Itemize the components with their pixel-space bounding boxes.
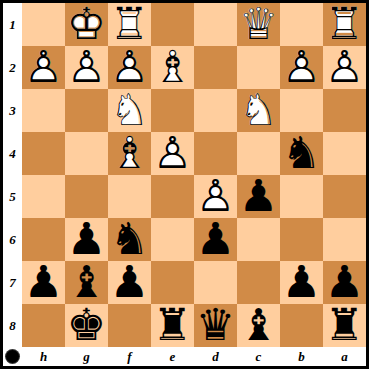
square-f6[interactable]: ♞: [108, 218, 151, 261]
square-d3[interactable]: [194, 89, 237, 132]
file-label-f: f: [108, 347, 151, 366]
square-f7[interactable]: ♟: [108, 261, 151, 304]
square-b3[interactable]: [280, 89, 323, 132]
square-e7[interactable]: [151, 261, 194, 304]
square-d5[interactable]: ♟♙: [194, 175, 237, 218]
black-rook: ♜: [151, 304, 194, 347]
file-label-h: h: [22, 347, 65, 366]
square-d2[interactable]: [194, 46, 237, 89]
square-c7[interactable]: [237, 261, 280, 304]
white-pawn: ♟♙: [280, 46, 323, 89]
black-pawn: ♟: [65, 218, 108, 261]
black-king: ♚: [65, 304, 108, 347]
square-h3[interactable]: [22, 89, 65, 132]
square-g4[interactable]: [65, 132, 108, 175]
square-b1[interactable]: [280, 3, 323, 46]
square-b6[interactable]: [280, 218, 323, 261]
black-knight: ♞: [280, 132, 323, 175]
square-c8[interactable]: ♝: [237, 304, 280, 347]
square-e1[interactable]: [151, 3, 194, 46]
square-e2[interactable]: ♝♗: [151, 46, 194, 89]
square-c3[interactable]: ♞♘: [237, 89, 280, 132]
rank-label-2: 2: [3, 46, 22, 89]
rank-label-4: 4: [3, 132, 22, 175]
white-pawn: ♟♙: [65, 46, 108, 89]
white-rook: ♜♖: [108, 3, 151, 46]
black-to-move-indicator: [6, 350, 19, 363]
black-pawn: ♟: [108, 261, 151, 304]
square-h7[interactable]: ♟: [22, 261, 65, 304]
file-label-b: b: [280, 347, 323, 366]
white-pawn: ♟♙: [22, 46, 65, 89]
black-pawn: ♟: [323, 261, 366, 304]
black-knight: ♞: [108, 218, 151, 261]
square-h2[interactable]: ♟♙: [22, 46, 65, 89]
black-pawn: ♟: [22, 261, 65, 304]
square-e3[interactable]: [151, 89, 194, 132]
square-d8[interactable]: ♛: [194, 304, 237, 347]
black-pawn: ♟: [237, 175, 280, 218]
file-label-g: g: [65, 347, 108, 366]
square-g7[interactable]: ♝: [65, 261, 108, 304]
square-a6[interactable]: [323, 218, 366, 261]
white-bishop: ♝♗: [108, 132, 151, 175]
square-b8[interactable]: [280, 304, 323, 347]
file-label-a: a: [323, 347, 366, 366]
white-queen: ♛♕: [237, 3, 280, 46]
black-queen: ♛: [194, 304, 237, 347]
rank-label-7: 7: [3, 261, 22, 304]
square-g5[interactable]: [65, 175, 108, 218]
white-king: ♚♔: [65, 3, 108, 46]
square-f5[interactable]: [108, 175, 151, 218]
square-f8[interactable]: [108, 304, 151, 347]
square-a5[interactable]: [323, 175, 366, 218]
white-knight: ♞♘: [237, 89, 280, 132]
black-pawn: ♟: [194, 218, 237, 261]
square-d6[interactable]: ♟: [194, 218, 237, 261]
rank-labels: 12345678: [3, 3, 22, 347]
rank-label-8: 8: [3, 304, 22, 347]
file-labels: hgfedcba: [22, 347, 366, 366]
white-knight: ♞♘: [108, 89, 151, 132]
square-a7[interactable]: ♟: [323, 261, 366, 304]
square-b5[interactable]: [280, 175, 323, 218]
file-label-d: d: [194, 347, 237, 366]
square-g6[interactable]: ♟: [65, 218, 108, 261]
board: ♚♔♜♖♛♕♜♖♟♙♟♙♟♙♝♗♟♙♟♙♞♘♞♘♝♗♟♙♞♟♙♟♟♞♟♟♝♟♟♟…: [22, 3, 366, 347]
white-pawn: ♟♙: [151, 132, 194, 175]
white-rook: ♜♖: [323, 3, 366, 46]
square-f4[interactable]: ♝♗: [108, 132, 151, 175]
square-c1[interactable]: ♛♕: [237, 3, 280, 46]
square-c4[interactable]: [237, 132, 280, 175]
square-h4[interactable]: [22, 132, 65, 175]
black-pawn: ♟: [280, 261, 323, 304]
square-e6[interactable]: [151, 218, 194, 261]
square-e4[interactable]: ♟♙: [151, 132, 194, 175]
square-f1[interactable]: ♜♖: [108, 3, 151, 46]
chessboard-frame: 12345678 ♚♔♜♖♛♕♜♖♟♙♟♙♟♙♝♗♟♙♟♙♞♘♞♘♝♗♟♙♞♟♙…: [0, 0, 369, 369]
square-h1[interactable]: [22, 3, 65, 46]
square-f2[interactable]: ♟♙: [108, 46, 151, 89]
file-label-e: e: [151, 347, 194, 366]
rank-label-6: 6: [3, 218, 22, 261]
rank-label-5: 5: [3, 175, 22, 218]
square-g2[interactable]: ♟♙: [65, 46, 108, 89]
white-pawn: ♟♙: [323, 46, 366, 89]
square-a8[interactable]: ♜: [323, 304, 366, 347]
black-bishop: ♝: [65, 261, 108, 304]
square-g8[interactable]: ♚: [65, 304, 108, 347]
square-d1[interactable]: [194, 3, 237, 46]
square-b7[interactable]: ♟: [280, 261, 323, 304]
square-e5[interactable]: [151, 175, 194, 218]
black-rook: ♜: [323, 304, 366, 347]
square-c6[interactable]: [237, 218, 280, 261]
bottom-left-corner: [3, 347, 22, 366]
white-pawn: ♟♙: [108, 46, 151, 89]
square-a2[interactable]: ♟♙: [323, 46, 366, 89]
white-pawn: ♟♙: [194, 175, 237, 218]
black-bishop: ♝: [237, 304, 280, 347]
square-g1[interactable]: ♚♔: [65, 3, 108, 46]
white-bishop: ♝♗: [151, 46, 194, 89]
square-h6[interactable]: [22, 218, 65, 261]
square-b2[interactable]: ♟♙: [280, 46, 323, 89]
file-label-c: c: [237, 347, 280, 366]
square-f3[interactable]: ♞♘: [108, 89, 151, 132]
square-a3[interactable]: [323, 89, 366, 132]
square-b4[interactable]: ♞: [280, 132, 323, 175]
square-g3[interactable]: [65, 89, 108, 132]
square-d4[interactable]: [194, 132, 237, 175]
square-c2[interactable]: [237, 46, 280, 89]
square-a4[interactable]: [323, 132, 366, 175]
square-h8[interactable]: [22, 304, 65, 347]
square-d7[interactable]: [194, 261, 237, 304]
square-e8[interactable]: ♜: [151, 304, 194, 347]
square-h5[interactable]: [22, 175, 65, 218]
rank-label-3: 3: [3, 89, 22, 132]
rank-label-1: 1: [3, 3, 22, 46]
square-c5[interactable]: ♟: [237, 175, 280, 218]
square-a1[interactable]: ♜♖: [323, 3, 366, 46]
